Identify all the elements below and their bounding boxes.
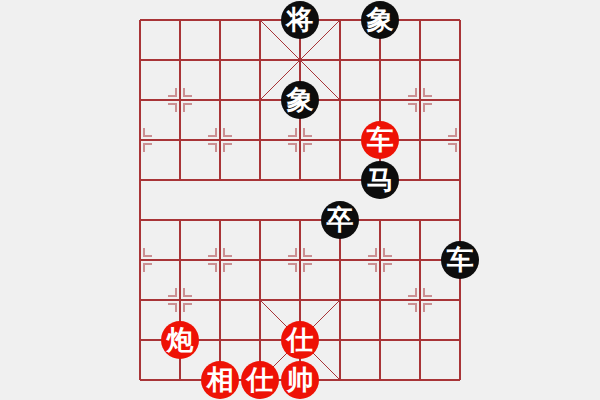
- red-elephant[interactable]: 相: [201, 361, 239, 399]
- red-advisor[interactable]: 仕: [281, 321, 319, 359]
- red-general[interactable]: 帅: [281, 361, 319, 399]
- piece-glyph: 仕: [287, 321, 314, 359]
- black-elephant[interactable]: 象: [361, 1, 399, 39]
- piece-glyph: 卒: [327, 201, 354, 239]
- piece-glyph: 相: [207, 361, 234, 399]
- black-soldier[interactable]: 卒: [321, 201, 359, 239]
- piece-glyph: 马: [367, 161, 394, 199]
- board-grid[interactable]: 将象象车马卒车炮仕相仕帅: [120, 0, 480, 400]
- black-chariot[interactable]: 车: [441, 241, 479, 279]
- piece-glyph: 车: [367, 121, 394, 159]
- red-advisor[interactable]: 仕: [241, 361, 279, 399]
- black-elephant[interactable]: 象: [281, 81, 319, 119]
- piece-glyph: 象: [367, 1, 394, 39]
- piece-glyph: 帅: [287, 361, 314, 399]
- piece-glyph: 仕: [247, 361, 274, 399]
- piece-glyph: 将: [287, 1, 314, 39]
- black-horse[interactable]: 马: [361, 161, 399, 199]
- piece-glyph: 象: [287, 81, 314, 119]
- red-cannon[interactable]: 炮: [161, 321, 199, 359]
- black-general[interactable]: 将: [281, 1, 319, 39]
- piece-glyph: 车: [447, 241, 474, 279]
- red-chariot[interactable]: 车: [361, 121, 399, 159]
- piece-glyph: 炮: [167, 321, 194, 359]
- xiangqi-board-area: 将象象车马卒车炮仕相仕帅: [0, 0, 600, 400]
